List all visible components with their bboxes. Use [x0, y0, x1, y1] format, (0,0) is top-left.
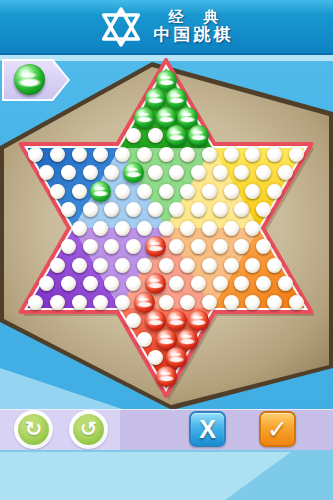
board-cell-r11c10[interactable] — [242, 256, 264, 275]
board-cell-r13c11[interactable] — [242, 293, 264, 312]
board-cell-r8c7[interactable] — [188, 200, 210, 219]
board-cell-r3c3[interactable] — [177, 108, 199, 127]
board-cell-r7c7[interactable] — [177, 182, 199, 201]
board-cell-r9c5[interactable] — [155, 219, 177, 238]
app-screen: 经 典 中国跳棋 — [0, 0, 333, 500]
board-hole — [72, 295, 87, 310]
marble-red[interactable] — [145, 310, 166, 331]
board-cell-r8c6[interactable] — [166, 200, 188, 219]
board-cell-r12c10[interactable] — [231, 274, 253, 293]
board-cell-r8c5[interactable] — [144, 200, 166, 219]
board-cell-r7c1[interactable] — [47, 182, 69, 201]
board-hole — [137, 221, 152, 236]
board-cell-r9c9[interactable] — [242, 219, 264, 238]
board-cell-r13c6[interactable] — [133, 293, 155, 312]
undo-button[interactable]: ↻ — [14, 410, 53, 449]
board-cell-r10c3[interactable] — [101, 237, 123, 256]
turn-indicator-marble-green — [14, 64, 45, 95]
board-cell-r6c6[interactable] — [144, 163, 166, 182]
marble-red[interactable] — [188, 310, 209, 331]
board-cell-r4c4[interactable] — [188, 126, 210, 145]
board-cell-r6c1[interactable] — [36, 163, 58, 182]
board-cell-r5c1[interactable] — [25, 145, 47, 164]
board-cell-r9c4[interactable] — [133, 219, 155, 238]
board-cell-r5c5[interactable] — [112, 145, 134, 164]
board-cell-r6c8[interactable] — [188, 163, 210, 182]
board-cell-r7c4[interactable] — [112, 182, 134, 201]
board-hole — [245, 221, 260, 236]
board-hole — [245, 258, 260, 273]
board-cell-r1c1[interactable] — [155, 71, 177, 90]
marble-red[interactable] — [145, 273, 166, 294]
board-cell-r14c3[interactable] — [166, 311, 188, 330]
board-hole — [267, 295, 282, 310]
board-cell-r8c10[interactable] — [253, 200, 275, 219]
board-hole — [267, 258, 282, 273]
board-cell-r12c6[interactable] — [144, 274, 166, 293]
board-cell-r7c10[interactable] — [242, 182, 264, 201]
board-hole — [28, 295, 43, 310]
app-title-line1: 经 典 — [160, 8, 226, 25]
board-cell-r11c8[interactable] — [198, 256, 220, 275]
board-hole — [159, 258, 174, 273]
marble-green[interactable] — [188, 125, 209, 146]
board-cell-r7c11[interactable] — [264, 182, 286, 201]
board-cell-r7c8[interactable] — [198, 182, 220, 201]
marble-red[interactable] — [166, 347, 187, 368]
board-cell-r14c4[interactable] — [188, 311, 210, 330]
board-hole — [83, 202, 98, 217]
board-cell-r12c9[interactable] — [209, 274, 231, 293]
board-hole — [93, 221, 108, 236]
board-hole — [191, 202, 206, 217]
marble-green[interactable] — [145, 88, 166, 109]
header-bar: 经 典 中国跳棋 — [0, 0, 333, 55]
bottom-background-band — [0, 452, 300, 500]
board-cell-r12c4[interactable] — [101, 274, 123, 293]
app-title-line2: 中国跳棋 — [154, 25, 234, 45]
board-cell-r9c2[interactable] — [90, 219, 112, 238]
board-cell-r6c7[interactable] — [166, 163, 188, 182]
board-hole — [289, 147, 304, 162]
board-cell-r9c1[interactable] — [68, 219, 90, 238]
board-cell-r6c12[interactable] — [274, 163, 296, 182]
board-cell-r5c4[interactable] — [90, 145, 112, 164]
board-cell-r11c3[interactable] — [90, 256, 112, 275]
board-cell-r13c8[interactable] — [177, 293, 199, 312]
board-cell-r12c12[interactable] — [274, 274, 296, 293]
board-cell-r12c5[interactable] — [122, 274, 144, 293]
board-cell-r13c7[interactable] — [155, 293, 177, 312]
board-hole — [180, 295, 195, 310]
board-cell-r4c2[interactable] — [144, 126, 166, 145]
board-hole — [224, 184, 239, 199]
board-hole — [61, 239, 76, 254]
board-cell-r5c10[interactable] — [220, 145, 242, 164]
board-hole — [245, 147, 260, 162]
board-hole — [159, 295, 174, 310]
board-hole — [126, 313, 141, 328]
board-hole — [83, 276, 98, 291]
board-cell-r6c9[interactable] — [209, 163, 231, 182]
board-hole — [159, 184, 174, 199]
board-cell-r5c9[interactable] — [198, 145, 220, 164]
board-cell-r16c1[interactable] — [144, 348, 166, 367]
board-hole — [28, 147, 43, 162]
board-cell-r9c3[interactable] — [112, 219, 134, 238]
board-cell-r8c9[interactable] — [231, 200, 253, 219]
board-hole — [213, 276, 228, 291]
marble-green[interactable] — [166, 88, 187, 109]
board-cell-r8c4[interactable] — [122, 200, 144, 219]
board-hole — [202, 147, 217, 162]
board-cell-r5c3[interactable] — [68, 145, 90, 164]
board-hole — [224, 258, 239, 273]
board-hole — [83, 239, 98, 254]
cancel-x-icon: X — [199, 415, 216, 444]
board-cell-r11c7[interactable] — [177, 256, 199, 275]
board-cell-r4c1[interactable] — [122, 126, 144, 145]
board-cell-r10c7[interactable] — [188, 237, 210, 256]
board-hole — [245, 184, 260, 199]
board-cell-r6c10[interactable] — [231, 163, 253, 182]
board-cell-r13c3[interactable] — [68, 293, 90, 312]
board-hole — [148, 128, 163, 143]
board-hole — [202, 258, 217, 273]
marble-red[interactable] — [156, 366, 177, 387]
board-hole — [159, 147, 174, 162]
board-cell-r12c8[interactable] — [188, 274, 210, 293]
board-cell-r10c2[interactable] — [79, 237, 101, 256]
board-cell-r3c1[interactable] — [133, 108, 155, 127]
board-cell-r6c4[interactable] — [101, 163, 123, 182]
redo-arrow-icon: ↺ — [80, 418, 98, 439]
board-hole — [267, 147, 282, 162]
board-cell-r5c8[interactable] — [177, 145, 199, 164]
board-cell-r12c1[interactable] — [36, 274, 58, 293]
board-cell-r5c7[interactable] — [155, 145, 177, 164]
board-cell-r10c9[interactable] — [231, 237, 253, 256]
board-hole — [137, 184, 152, 199]
board-hole — [267, 184, 282, 199]
board-cell-r11c1[interactable] — [47, 256, 69, 275]
board-hole — [202, 221, 217, 236]
board-cell-r13c12[interactable] — [264, 293, 286, 312]
redo-button[interactable]: ↺ — [69, 410, 108, 449]
board-cell-r11c6[interactable] — [155, 256, 177, 275]
board-cell-r6c2[interactable] — [57, 163, 79, 182]
board-hole — [180, 221, 195, 236]
board-hole — [115, 258, 130, 273]
board-hole — [213, 165, 228, 180]
board-cell-r7c5[interactable] — [133, 182, 155, 201]
board-cell-r5c11[interactable] — [242, 145, 264, 164]
undo-arrow-icon: ↻ — [25, 418, 43, 439]
board-cell-r10c1[interactable] — [57, 237, 79, 256]
board-hole — [191, 239, 206, 254]
board-hole — [61, 276, 76, 291]
board-hole — [93, 147, 108, 162]
board-cell-r13c4[interactable] — [90, 293, 112, 312]
board-hole — [148, 350, 163, 365]
board-hole — [61, 165, 76, 180]
board-hole — [159, 221, 174, 236]
board-hole — [72, 184, 87, 199]
board-hole — [50, 147, 65, 162]
board-cell-r15c1[interactable] — [133, 330, 155, 349]
marble-red[interactable] — [166, 310, 187, 331]
board-cell-r13c1[interactable] — [25, 293, 47, 312]
board-hole — [289, 295, 304, 310]
board-cell-r15c2[interactable] — [155, 330, 177, 349]
board-cell-r11c11[interactable] — [264, 256, 286, 275]
board-hole — [126, 128, 141, 143]
board-hole — [126, 239, 141, 254]
board-hole — [180, 184, 195, 199]
board-cell-r8c1[interactable] — [57, 200, 79, 219]
board-hole — [191, 276, 206, 291]
board-cell-r10c5[interactable] — [144, 237, 166, 256]
board-cell-r8c8[interactable] — [209, 200, 231, 219]
board-cell-r9c8[interactable] — [220, 219, 242, 238]
board-hole — [115, 184, 130, 199]
board-hole — [148, 165, 163, 180]
board-hole — [61, 202, 76, 217]
board-cell-r11c5[interactable] — [133, 256, 155, 275]
marble-green[interactable] — [90, 181, 111, 202]
marble-green[interactable] — [166, 125, 187, 146]
board-cell-r8c3[interactable] — [101, 200, 123, 219]
board-cell-r11c9[interactable] — [220, 256, 242, 275]
marble-green[interactable] — [134, 107, 155, 128]
board-hole — [180, 147, 195, 162]
board-cell-r12c11[interactable] — [253, 274, 275, 293]
board-hole — [72, 147, 87, 162]
board-cell-r12c3[interactable] — [79, 274, 101, 293]
board-cell-r6c3[interactable] — [79, 163, 101, 182]
board-hole — [245, 295, 260, 310]
board-cell-r2c1[interactable] — [144, 89, 166, 108]
board-cell-r9c7[interactable] — [198, 219, 220, 238]
board-cell-r13c13[interactable] — [285, 293, 307, 312]
board-hole — [93, 258, 108, 273]
board-cell-r14c2[interactable] — [144, 311, 166, 330]
board-hole — [115, 147, 130, 162]
turn-indicator-badge — [2, 59, 70, 101]
redo-button-disc: ↺ — [73, 414, 104, 445]
board-hole — [115, 221, 130, 236]
board-hole — [115, 295, 130, 310]
board-hole — [202, 184, 217, 199]
board-cell-r13c9[interactable] — [198, 293, 220, 312]
board-hole — [72, 258, 87, 273]
board-cell-r8c2[interactable] — [79, 200, 101, 219]
board-hole — [213, 202, 228, 217]
board-cell-r10c10[interactable] — [253, 237, 275, 256]
board-hole — [137, 258, 152, 273]
board-cell-r5c12[interactable] — [264, 145, 286, 164]
undo-button-disc: ↻ — [18, 414, 49, 445]
board-hole — [278, 165, 293, 180]
cancel-button[interactable]: X — [189, 411, 226, 447]
board-hole — [213, 239, 228, 254]
marble-green[interactable] — [123, 162, 144, 183]
board-hole — [50, 184, 65, 199]
board-cell-r13c5[interactable] — [112, 293, 134, 312]
board-hole — [50, 258, 65, 273]
board-hole — [50, 295, 65, 310]
board-cell-r7c6[interactable] — [155, 182, 177, 201]
board-cell-r10c8[interactable] — [209, 237, 231, 256]
board-hole — [126, 202, 141, 217]
board-cell-r11c2[interactable] — [68, 256, 90, 275]
board-cell-r13c2[interactable] — [47, 293, 69, 312]
board-cell-r3c2[interactable] — [155, 108, 177, 127]
board-cell-r5c13[interactable] — [285, 145, 307, 164]
board-hole — [202, 295, 217, 310]
board-hole — [191, 165, 206, 180]
board-cell-r13c10[interactable] — [220, 293, 242, 312]
board-cell-r5c6[interactable] — [133, 145, 155, 164]
board-cell-r12c2[interactable] — [57, 274, 79, 293]
green-marble-icon — [14, 64, 45, 95]
board-hole — [224, 221, 239, 236]
hexagram-star-icon — [100, 6, 142, 48]
board-cell-r6c5[interactable] — [122, 163, 144, 182]
board-hole — [224, 295, 239, 310]
marble-red[interactable] — [134, 292, 155, 313]
board-hole — [137, 147, 152, 162]
board-hole — [72, 221, 87, 236]
board-cell-r2c2[interactable] — [166, 89, 188, 108]
board-cell-r5c2[interactable] — [47, 145, 69, 164]
board-cell-r12c7[interactable] — [166, 274, 188, 293]
board-cell-r15c3[interactable] — [177, 330, 199, 349]
board-cell-r7c9[interactable] — [220, 182, 242, 201]
bottom-background — [0, 450, 333, 500]
board-cell-r7c2[interactable] — [68, 182, 90, 201]
board-cell-r4c3[interactable] — [166, 126, 188, 145]
board-cell-r10c4[interactable] — [122, 237, 144, 256]
board-hole — [126, 276, 141, 291]
board-cell-r9c6[interactable] — [177, 219, 199, 238]
board-hole — [93, 295, 108, 310]
marble-red[interactable] — [177, 329, 198, 350]
board-hole — [224, 147, 239, 162]
board-hole — [83, 165, 98, 180]
board-cell-r6c11[interactable] — [253, 163, 275, 182]
board-hole — [180, 258, 195, 273]
board-hole — [278, 276, 293, 291]
confirm-button[interactable]: ✓ — [259, 411, 296, 447]
confirm-check-icon: ✓ — [267, 415, 288, 444]
app-title: 经 典 中国跳棋 — [154, 8, 234, 45]
board-cell-r7c3[interactable] — [90, 182, 112, 201]
board-cell-r14c1[interactable] — [122, 311, 144, 330]
board-cell-r10c6[interactable] — [166, 237, 188, 256]
board-cell-r11c4[interactable] — [112, 256, 134, 275]
marble-red[interactable] — [145, 236, 166, 257]
board-cell-r16c2[interactable] — [166, 348, 188, 367]
board-hole — [148, 202, 163, 217]
board-cell-r17c1[interactable] — [155, 367, 177, 386]
board-hole — [137, 332, 152, 347]
